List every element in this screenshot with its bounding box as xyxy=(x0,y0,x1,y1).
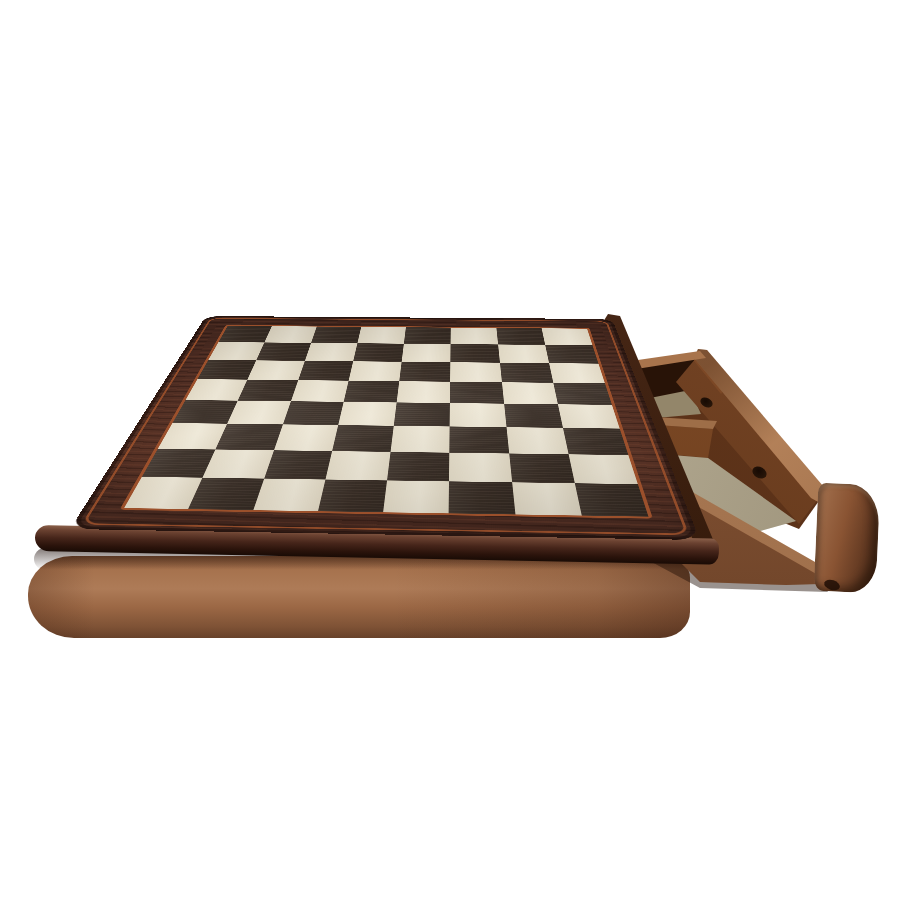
drawer-front-panel xyxy=(814,483,881,594)
square-f2 xyxy=(449,452,512,482)
square-f3 xyxy=(450,427,509,454)
square-g6 xyxy=(500,363,554,383)
square-c7 xyxy=(305,343,358,361)
square-d6 xyxy=(348,361,401,381)
square-h8 xyxy=(541,328,592,345)
square-f4 xyxy=(450,403,506,427)
square-h6 xyxy=(549,363,605,383)
square-e3 xyxy=(391,426,450,453)
square-b8 xyxy=(265,326,317,343)
square-c6 xyxy=(298,361,353,381)
square-b5 xyxy=(238,380,298,402)
square-g8 xyxy=(496,328,545,345)
square-e8 xyxy=(404,327,451,344)
square-g2 xyxy=(509,453,575,483)
square-f8 xyxy=(451,328,498,345)
square-h5 xyxy=(553,383,612,405)
square-d2 xyxy=(325,451,390,480)
square-a7 xyxy=(208,342,264,360)
square-g3 xyxy=(506,427,568,454)
square-d3 xyxy=(332,425,394,452)
square-d7 xyxy=(353,343,404,361)
square-b2 xyxy=(203,449,274,478)
square-g7 xyxy=(498,345,549,363)
square-b6 xyxy=(248,360,305,380)
square-h2 xyxy=(568,454,637,484)
chess-board-top xyxy=(70,316,700,540)
square-f5 xyxy=(450,382,504,404)
square-g5 xyxy=(502,382,558,404)
square-e6 xyxy=(399,362,450,382)
square-f7 xyxy=(451,344,500,362)
square-h3 xyxy=(563,428,629,455)
square-e5 xyxy=(397,381,451,403)
square-f6 xyxy=(450,362,501,382)
square-b7 xyxy=(256,343,310,361)
square-c1 xyxy=(253,478,325,511)
square-d1 xyxy=(318,479,387,512)
square-c4 xyxy=(283,401,344,425)
square-h1 xyxy=(575,483,649,516)
square-f1 xyxy=(449,481,515,514)
square-d4 xyxy=(338,402,397,426)
square-e2 xyxy=(387,452,449,482)
square-g1 xyxy=(512,482,582,515)
square-h4 xyxy=(558,404,620,428)
square-d8 xyxy=(357,327,406,344)
square-c2 xyxy=(264,450,332,479)
square-b1 xyxy=(188,478,264,511)
square-e4 xyxy=(394,402,450,426)
square-c3 xyxy=(274,424,338,450)
chess-board-product-photo xyxy=(0,0,900,900)
square-c8 xyxy=(311,327,361,344)
square-e1 xyxy=(383,480,449,513)
square-a8 xyxy=(218,326,272,343)
square-b3 xyxy=(216,424,283,450)
square-e7 xyxy=(402,344,451,362)
square-h7 xyxy=(545,345,598,364)
square-b4 xyxy=(227,401,290,425)
square-g4 xyxy=(504,404,563,428)
square-c5 xyxy=(291,380,349,402)
square-d5 xyxy=(343,381,399,403)
